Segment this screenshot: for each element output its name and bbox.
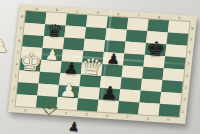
coord-label: a bbox=[15, 106, 36, 112]
coord-label: f bbox=[117, 113, 138, 119]
white-pawn-c2[interactable]: ♟ bbox=[59, 82, 78, 101]
coord-label: 2 bbox=[181, 93, 187, 105]
captured-black-piece[interactable]: ♟ bbox=[67, 119, 80, 133]
knight-logo-icon: ♞ bbox=[46, 104, 53, 111]
white-king-a4[interactable]: ♚ bbox=[18, 50, 43, 75]
square-g1[interactable] bbox=[138, 102, 160, 115]
black-pawn-e5[interactable]: ♟ bbox=[106, 52, 121, 67]
coord-label: d bbox=[76, 111, 97, 117]
coord-label: c bbox=[56, 109, 77, 115]
coord-label: 8 bbox=[189, 22, 195, 34]
black-pawn-e2[interactable]: ♟ bbox=[100, 84, 119, 103]
coord-label: g bbox=[138, 115, 159, 121]
captured-white-piece[interactable]: ♟ bbox=[0, 38, 8, 55]
board-squares: ♛♚♟♟♚♟♛♟♟ bbox=[15, 11, 189, 117]
coord-label: 4 bbox=[184, 70, 190, 82]
square-a1[interactable] bbox=[15, 94, 37, 107]
coord-label: 1 bbox=[180, 105, 186, 117]
black-queen-b7[interactable]: ♛ bbox=[46, 21, 65, 40]
coord-label: 7 bbox=[188, 34, 194, 46]
white-pawn-b5[interactable]: ♟ bbox=[44, 48, 59, 63]
square-h1[interactable] bbox=[159, 104, 181, 117]
white-queen-d4[interactable]: ♛ bbox=[80, 55, 105, 80]
square-d1[interactable] bbox=[77, 98, 99, 111]
black-pawn-c4[interactable]: ♟ bbox=[63, 60, 80, 77]
chess-board: abcdefgh abcdefgh 87654321 87654321 ♛♚♟♟… bbox=[8, 4, 197, 124]
coord-label: 3 bbox=[183, 81, 189, 93]
coord-label: h bbox=[158, 116, 179, 122]
coord-label: 6 bbox=[187, 46, 193, 58]
black-king-g6[interactable]: ♚ bbox=[145, 38, 166, 59]
table-surface: abcdefgh abcdefgh 87654321 87654321 ♛♚♟♟… bbox=[0, 0, 200, 134]
square-f1[interactable] bbox=[118, 101, 140, 114]
